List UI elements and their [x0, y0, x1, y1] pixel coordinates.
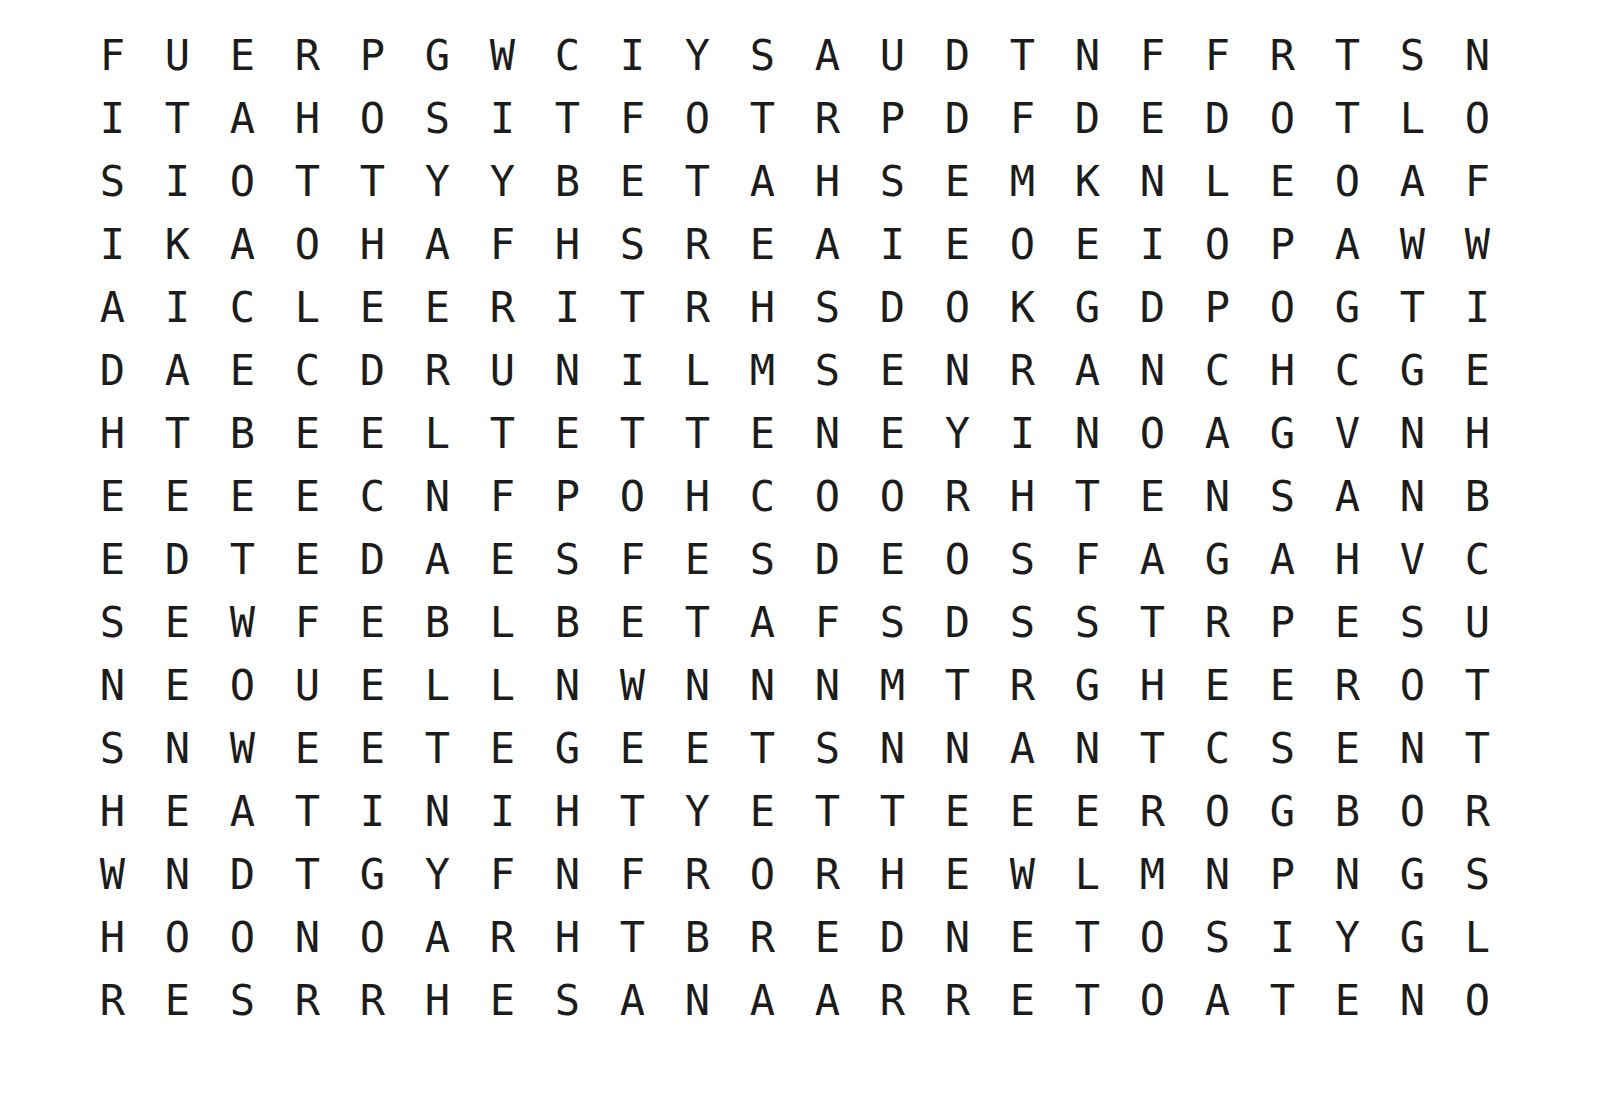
grid-cell[interactable]: H — [80, 402, 145, 465]
grid-cell[interactable]: S — [535, 969, 600, 1032]
grid-cell[interactable]: S — [1185, 906, 1250, 969]
grid-cell[interactable]: S — [795, 276, 860, 339]
grid-cell[interactable]: Y — [665, 24, 730, 87]
grid-cell[interactable]: L — [1445, 906, 1510, 969]
grid-cell[interactable]: E — [600, 591, 665, 654]
grid-cell[interactable]: W — [210, 591, 275, 654]
grid-cell[interactable]: S — [600, 213, 665, 276]
grid-cell[interactable]: G — [1055, 276, 1120, 339]
grid-cell[interactable]: S — [795, 717, 860, 780]
grid-cell[interactable]: E — [145, 465, 210, 528]
grid-cell[interactable]: E — [860, 402, 925, 465]
grid-cell[interactable]: T — [600, 906, 665, 969]
grid-cell[interactable]: N — [1445, 24, 1510, 87]
grid-cell[interactable]: A — [1250, 528, 1315, 591]
grid-cell[interactable]: C — [1185, 339, 1250, 402]
grid-cell[interactable]: O — [1250, 87, 1315, 150]
grid-cell[interactable]: C — [730, 465, 795, 528]
grid-cell[interactable]: T — [600, 402, 665, 465]
grid-cell[interactable]: T — [340, 150, 405, 213]
grid-cell[interactable]: I — [600, 24, 665, 87]
grid-cell[interactable]: N — [535, 339, 600, 402]
grid-cell[interactable]: T — [1055, 906, 1120, 969]
grid-cell[interactable]: E — [1315, 717, 1380, 780]
grid-cell[interactable]: I — [860, 213, 925, 276]
grid-cell[interactable]: T — [665, 591, 730, 654]
grid-cell[interactable]: T — [145, 402, 210, 465]
grid-cell[interactable]: H — [730, 276, 795, 339]
grid-cell[interactable]: T — [275, 780, 340, 843]
grid-cell[interactable]: W — [80, 843, 145, 906]
grid-cell[interactable]: D — [145, 528, 210, 591]
grid-cell[interactable]: I — [145, 150, 210, 213]
grid-cell[interactable]: O — [210, 906, 275, 969]
grid-cell[interactable]: F — [600, 528, 665, 591]
grid-cell[interactable]: E — [210, 465, 275, 528]
grid-cell[interactable]: T — [1445, 717, 1510, 780]
grid-cell[interactable]: E — [80, 528, 145, 591]
grid-cell[interactable]: O — [1120, 969, 1185, 1032]
grid-cell[interactable]: N — [535, 843, 600, 906]
grid-cell[interactable]: S — [730, 24, 795, 87]
grid-cell[interactable]: E — [990, 969, 1055, 1032]
grid-cell[interactable]: G — [1250, 780, 1315, 843]
grid-cell[interactable]: K — [990, 276, 1055, 339]
grid-cell[interactable]: A — [730, 591, 795, 654]
grid-cell[interactable]: D — [925, 24, 990, 87]
grid-cell[interactable]: E — [795, 906, 860, 969]
grid-cell[interactable]: T — [1055, 465, 1120, 528]
grid-cell[interactable]: G — [1055, 654, 1120, 717]
grid-cell[interactable]: G — [1185, 528, 1250, 591]
grid-cell[interactable]: I — [470, 780, 535, 843]
grid-cell[interactable]: T — [1120, 717, 1185, 780]
grid-cell[interactable]: R — [665, 843, 730, 906]
grid-cell[interactable]: E — [145, 654, 210, 717]
grid-cell[interactable]: S — [80, 717, 145, 780]
grid-cell[interactable]: F — [795, 591, 860, 654]
grid-cell[interactable]: R — [1120, 780, 1185, 843]
grid-cell[interactable]: O — [1185, 213, 1250, 276]
grid-cell[interactable]: O — [1445, 969, 1510, 1032]
grid-cell[interactable]: G — [535, 717, 600, 780]
grid-cell[interactable]: A — [795, 24, 860, 87]
grid-cell[interactable]: A — [795, 213, 860, 276]
grid-cell[interactable]: A — [1185, 969, 1250, 1032]
grid-cell[interactable]: I — [1445, 276, 1510, 339]
grid-cell[interactable]: T — [145, 87, 210, 150]
grid-cell[interactable]: E — [990, 780, 1055, 843]
grid-cell[interactable]: R — [1250, 24, 1315, 87]
grid-cell[interactable]: E — [340, 591, 405, 654]
grid-cell[interactable]: A — [600, 969, 665, 1032]
grid-cell[interactable]: A — [1055, 339, 1120, 402]
grid-cell[interactable]: N — [1055, 24, 1120, 87]
grid-cell[interactable]: R — [80, 969, 145, 1032]
grid-cell[interactable]: R — [470, 276, 535, 339]
grid-cell[interactable]: L — [405, 402, 470, 465]
grid-cell[interactable]: E — [340, 654, 405, 717]
grid-cell[interactable]: N — [1185, 843, 1250, 906]
grid-cell[interactable]: W — [1380, 213, 1445, 276]
grid-cell[interactable]: D — [925, 87, 990, 150]
grid-cell[interactable]: L — [1380, 87, 1445, 150]
grid-cell[interactable]: C — [1185, 717, 1250, 780]
grid-cell[interactable]: L — [1185, 150, 1250, 213]
grid-cell[interactable]: S — [860, 150, 925, 213]
grid-cell[interactable]: S — [80, 591, 145, 654]
grid-cell[interactable]: F — [1445, 150, 1510, 213]
grid-cell[interactable]: G — [340, 843, 405, 906]
grid-cell[interactable]: O — [1315, 150, 1380, 213]
grid-cell[interactable]: P — [1250, 591, 1315, 654]
grid-cell[interactable]: V — [1380, 528, 1445, 591]
grid-cell[interactable]: E — [1250, 150, 1315, 213]
grid-cell[interactable]: R — [1315, 654, 1380, 717]
grid-cell[interactable]: F — [600, 87, 665, 150]
grid-cell[interactable]: H — [1120, 654, 1185, 717]
grid-cell[interactable]: U — [860, 24, 925, 87]
grid-cell[interactable]: C — [1315, 339, 1380, 402]
grid-cell[interactable]: N — [405, 465, 470, 528]
grid-cell[interactable]: N — [1380, 717, 1445, 780]
grid-cell[interactable]: P — [340, 24, 405, 87]
grid-cell[interactable]: R — [730, 906, 795, 969]
grid-cell[interactable]: P — [1185, 276, 1250, 339]
grid-cell[interactable]: T — [600, 780, 665, 843]
grid-cell[interactable]: T — [1315, 87, 1380, 150]
grid-cell[interactable]: A — [405, 213, 470, 276]
grid-cell[interactable]: H — [1315, 528, 1380, 591]
grid-cell[interactable]: D — [1055, 87, 1120, 150]
grid-cell[interactable]: L — [275, 276, 340, 339]
grid-cell[interactable]: R — [795, 87, 860, 150]
grid-cell[interactable]: R — [990, 654, 1055, 717]
grid-cell[interactable]: D — [860, 276, 925, 339]
grid-cell[interactable]: C — [1445, 528, 1510, 591]
grid-cell[interactable]: B — [535, 150, 600, 213]
grid-cell[interactable]: F — [990, 87, 1055, 150]
grid-cell[interactable]: U — [470, 339, 535, 402]
grid-cell[interactable]: T — [275, 150, 340, 213]
grid-cell[interactable]: S — [210, 969, 275, 1032]
grid-cell[interactable]: E — [405, 276, 470, 339]
grid-cell[interactable]: N — [1315, 843, 1380, 906]
grid-cell[interactable]: N — [145, 717, 210, 780]
grid-cell[interactable]: R — [1185, 591, 1250, 654]
grid-cell[interactable]: E — [665, 717, 730, 780]
grid-cell[interactable]: K — [1055, 150, 1120, 213]
grid-cell[interactable]: E — [730, 402, 795, 465]
grid-cell[interactable]: G — [1315, 276, 1380, 339]
grid-cell[interactable]: F — [470, 843, 535, 906]
grid-cell[interactable]: G — [1380, 906, 1445, 969]
grid-cell[interactable]: E — [340, 276, 405, 339]
grid-cell[interactable]: B — [210, 402, 275, 465]
grid-cell[interactable]: A — [730, 969, 795, 1032]
grid-cell[interactable]: C — [340, 465, 405, 528]
grid-cell[interactable]: S — [1055, 591, 1120, 654]
grid-cell[interactable]: I — [600, 339, 665, 402]
grid-cell[interactable]: T — [535, 87, 600, 150]
grid-cell[interactable]: E — [1120, 87, 1185, 150]
grid-cell[interactable]: E — [340, 402, 405, 465]
grid-cell[interactable]: K — [145, 213, 210, 276]
grid-cell[interactable]: A — [1120, 528, 1185, 591]
grid-cell[interactable]: M — [1120, 843, 1185, 906]
grid-cell[interactable]: O — [730, 843, 795, 906]
grid-cell[interactable]: O — [145, 906, 210, 969]
grid-cell[interactable]: T — [405, 717, 470, 780]
grid-cell[interactable]: N — [275, 906, 340, 969]
grid-cell[interactable]: E — [1120, 465, 1185, 528]
grid-cell[interactable]: H — [535, 906, 600, 969]
grid-cell[interactable]: G — [1380, 339, 1445, 402]
grid-cell[interactable]: P — [1250, 213, 1315, 276]
grid-cell[interactable]: O — [340, 906, 405, 969]
grid-cell[interactable]: T — [730, 717, 795, 780]
grid-cell[interactable]: D — [80, 339, 145, 402]
grid-cell[interactable]: R — [340, 969, 405, 1032]
grid-cell[interactable]: S — [1250, 465, 1315, 528]
grid-cell[interactable]: E — [275, 402, 340, 465]
grid-cell[interactable]: D — [340, 528, 405, 591]
grid-cell[interactable]: S — [80, 150, 145, 213]
grid-cell[interactable]: T — [470, 402, 535, 465]
grid-cell[interactable]: N — [860, 717, 925, 780]
grid-cell[interactable]: H — [990, 465, 1055, 528]
grid-cell[interactable]: E — [535, 402, 600, 465]
grid-cell[interactable]: E — [665, 528, 730, 591]
grid-cell[interactable]: I — [1250, 906, 1315, 969]
grid-cell[interactable]: E — [275, 717, 340, 780]
grid-cell[interactable]: A — [990, 717, 1055, 780]
grid-cell[interactable]: E — [860, 528, 925, 591]
grid-cell[interactable]: H — [80, 780, 145, 843]
grid-cell[interactable]: T — [730, 87, 795, 150]
grid-cell[interactable]: T — [860, 780, 925, 843]
grid-cell[interactable]: E — [1315, 591, 1380, 654]
grid-cell[interactable]: O — [1120, 906, 1185, 969]
grid-cell[interactable]: F — [275, 591, 340, 654]
grid-cell[interactable]: Y — [405, 150, 470, 213]
grid-cell[interactable]: V — [1315, 402, 1380, 465]
grid-cell[interactable]: E — [340, 717, 405, 780]
grid-cell[interactable]: D — [795, 528, 860, 591]
grid-cell[interactable]: I — [80, 87, 145, 150]
grid-cell[interactable]: T — [665, 402, 730, 465]
grid-cell[interactable]: O — [1185, 780, 1250, 843]
grid-cell[interactable]: C — [275, 339, 340, 402]
grid-cell[interactable]: Y — [1315, 906, 1380, 969]
grid-cell[interactable]: I — [340, 780, 405, 843]
grid-cell[interactable]: U — [275, 654, 340, 717]
grid-cell[interactable]: B — [535, 591, 600, 654]
grid-cell[interactable]: B — [405, 591, 470, 654]
grid-cell[interactable]: N — [795, 402, 860, 465]
grid-cell[interactable]: L — [470, 654, 535, 717]
grid-cell[interactable]: E — [730, 780, 795, 843]
grid-cell[interactable]: O — [1120, 402, 1185, 465]
grid-cell[interactable]: O — [1445, 87, 1510, 150]
grid-cell[interactable]: R — [275, 969, 340, 1032]
grid-cell[interactable]: E — [210, 339, 275, 402]
grid-cell[interactable]: D — [210, 843, 275, 906]
grid-cell[interactable]: R — [665, 276, 730, 339]
grid-cell[interactable]: H — [665, 465, 730, 528]
grid-cell[interactable]: E — [1445, 339, 1510, 402]
grid-cell[interactable]: T — [1250, 969, 1315, 1032]
grid-cell[interactable]: P — [860, 87, 925, 150]
grid-cell[interactable]: Y — [925, 402, 990, 465]
grid-cell[interactable]: I — [145, 276, 210, 339]
grid-cell[interactable]: L — [665, 339, 730, 402]
grid-cell[interactable]: U — [145, 24, 210, 87]
grid-cell[interactable]: S — [1445, 843, 1510, 906]
grid-cell[interactable]: H — [405, 969, 470, 1032]
grid-cell[interactable]: A — [80, 276, 145, 339]
grid-cell[interactable]: F — [1185, 24, 1250, 87]
grid-cell[interactable]: T — [1120, 591, 1185, 654]
grid-cell[interactable]: S — [1380, 24, 1445, 87]
grid-cell[interactable]: N — [795, 654, 860, 717]
grid-cell[interactable]: E — [600, 150, 665, 213]
grid-cell[interactable]: T — [1055, 969, 1120, 1032]
grid-cell[interactable]: H — [1445, 402, 1510, 465]
grid-cell[interactable]: O — [210, 150, 275, 213]
grid-cell[interactable]: W — [990, 843, 1055, 906]
grid-cell[interactable]: I — [470, 87, 535, 150]
grid-cell[interactable]: T — [1445, 654, 1510, 717]
grid-cell[interactable]: E — [925, 150, 990, 213]
grid-cell[interactable]: T — [990, 24, 1055, 87]
grid-cell[interactable]: E — [1250, 654, 1315, 717]
grid-cell[interactable]: S — [1380, 591, 1445, 654]
grid-cell[interactable]: D — [925, 591, 990, 654]
grid-cell[interactable]: H — [795, 150, 860, 213]
grid-cell[interactable]: A — [1315, 465, 1380, 528]
grid-cell[interactable]: R — [860, 969, 925, 1032]
grid-cell[interactable]: N — [1380, 402, 1445, 465]
grid-cell[interactable]: E — [145, 969, 210, 1032]
grid-cell[interactable]: G — [405, 24, 470, 87]
grid-cell[interactable]: I — [535, 276, 600, 339]
grid-cell[interactable]: Y — [470, 150, 535, 213]
grid-cell[interactable]: Y — [665, 780, 730, 843]
grid-cell[interactable]: R — [275, 24, 340, 87]
grid-cell[interactable]: T — [1315, 24, 1380, 87]
grid-cell[interactable]: R — [925, 465, 990, 528]
grid-cell[interactable]: N — [925, 717, 990, 780]
grid-cell[interactable]: O — [1380, 780, 1445, 843]
grid-cell[interactable]: E — [275, 528, 340, 591]
grid-cell[interactable]: T — [665, 150, 730, 213]
grid-cell[interactable]: F — [1055, 528, 1120, 591]
grid-cell[interactable]: O — [275, 213, 340, 276]
grid-cell[interactable]: E — [210, 24, 275, 87]
grid-cell[interactable]: G — [1250, 402, 1315, 465]
grid-cell[interactable]: U — [1445, 591, 1510, 654]
grid-cell[interactable]: T — [1380, 276, 1445, 339]
grid-cell[interactable]: L — [405, 654, 470, 717]
grid-cell[interactable]: O — [340, 87, 405, 150]
grid-cell[interactable]: T — [795, 780, 860, 843]
grid-cell[interactable]: E — [470, 528, 535, 591]
grid-cell[interactable]: T — [210, 528, 275, 591]
grid-cell[interactable]: D — [1120, 276, 1185, 339]
grid-cell[interactable]: S — [1250, 717, 1315, 780]
grid-cell[interactable]: N — [1120, 150, 1185, 213]
grid-cell[interactable]: R — [665, 213, 730, 276]
grid-cell[interactable]: R — [925, 969, 990, 1032]
grid-cell[interactable]: R — [1445, 780, 1510, 843]
grid-cell[interactable]: A — [1185, 402, 1250, 465]
grid-cell[interactable]: N — [1055, 402, 1120, 465]
grid-cell[interactable]: N — [80, 654, 145, 717]
grid-cell[interactable]: N — [1380, 969, 1445, 1032]
grid-cell[interactable]: N — [665, 654, 730, 717]
grid-cell[interactable]: E — [145, 591, 210, 654]
grid-cell[interactable]: T — [275, 843, 340, 906]
grid-cell[interactable]: H — [535, 213, 600, 276]
grid-cell[interactable]: W — [470, 24, 535, 87]
grid-cell[interactable]: N — [405, 780, 470, 843]
grid-cell[interactable]: N — [1120, 339, 1185, 402]
grid-cell[interactable]: E — [470, 717, 535, 780]
grid-cell[interactable]: A — [1315, 213, 1380, 276]
grid-cell[interactable]: W — [600, 654, 665, 717]
grid-cell[interactable]: R — [795, 843, 860, 906]
grid-cell[interactable]: M — [990, 150, 1055, 213]
grid-cell[interactable]: C — [210, 276, 275, 339]
grid-cell[interactable]: D — [340, 339, 405, 402]
grid-cell[interactable]: S — [990, 591, 1055, 654]
grid-cell[interactable]: E — [1185, 654, 1250, 717]
grid-cell[interactable]: S — [405, 87, 470, 150]
grid-cell[interactable]: O — [210, 654, 275, 717]
grid-cell[interactable]: F — [1120, 24, 1185, 87]
grid-cell[interactable]: N — [1185, 465, 1250, 528]
grid-cell[interactable]: B — [665, 906, 730, 969]
grid-cell[interactable]: E — [860, 339, 925, 402]
grid-cell[interactable]: A — [1380, 150, 1445, 213]
grid-cell[interactable]: I — [990, 402, 1055, 465]
grid-cell[interactable]: E — [80, 465, 145, 528]
grid-cell[interactable]: N — [1380, 465, 1445, 528]
grid-cell[interactable]: N — [665, 969, 730, 1032]
grid-cell[interactable]: H — [535, 780, 600, 843]
grid-cell[interactable]: N — [925, 339, 990, 402]
grid-cell[interactable]: O — [665, 87, 730, 150]
grid-cell[interactable]: H — [1250, 339, 1315, 402]
grid-cell[interactable]: R — [470, 906, 535, 969]
grid-cell[interactable]: E — [730, 213, 795, 276]
grid-cell[interactable]: E — [1055, 780, 1120, 843]
grid-cell[interactable]: E — [145, 780, 210, 843]
grid-cell[interactable]: D — [860, 906, 925, 969]
grid-cell[interactable]: O — [1250, 276, 1315, 339]
grid-cell[interactable]: A — [145, 339, 210, 402]
grid-cell[interactable]: N — [925, 906, 990, 969]
grid-cell[interactable]: S — [860, 591, 925, 654]
grid-cell[interactable]: L — [1055, 843, 1120, 906]
grid-cell[interactable]: M — [860, 654, 925, 717]
grid-cell[interactable]: A — [210, 213, 275, 276]
grid-cell[interactable]: O — [925, 528, 990, 591]
grid-cell[interactable]: B — [1445, 465, 1510, 528]
grid-cell[interactable]: S — [535, 528, 600, 591]
grid-cell[interactable]: E — [1055, 213, 1120, 276]
